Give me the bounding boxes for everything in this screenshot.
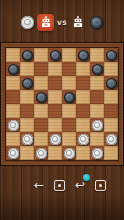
white-piece[interactable] xyxy=(106,134,117,145)
black-piece[interactable] xyxy=(106,78,117,89)
square-r7c6[interactable] xyxy=(90,146,104,160)
white-piece[interactable] xyxy=(22,134,33,145)
black-checker-icon xyxy=(90,16,103,29)
white-piece[interactable] xyxy=(8,120,19,131)
square-r3c3[interactable] xyxy=(48,90,62,104)
square-r7c5[interactable] xyxy=(76,146,90,160)
player-right-robot-button[interactable] xyxy=(70,14,87,31)
checkers-app-screen: VS ← ↩ xyxy=(0,0,124,220)
square-r7c7[interactable] xyxy=(104,146,118,160)
square-r5c5[interactable] xyxy=(76,118,90,132)
board-grid xyxy=(5,47,119,161)
square-r7c3[interactable] xyxy=(48,146,62,160)
square-r0c4[interactable] xyxy=(62,48,76,62)
square-r2c6[interactable] xyxy=(90,76,104,90)
back-icon: ← xyxy=(34,179,44,191)
square-r3c7[interactable] xyxy=(104,90,118,104)
square-r5c6[interactable] xyxy=(90,118,104,132)
square-r0c0[interactable] xyxy=(6,48,20,62)
black-piece[interactable] xyxy=(78,50,89,61)
black-piece[interactable] xyxy=(8,64,19,75)
bottom-toolbar: ← ↩ xyxy=(7,176,124,194)
square-r1c0[interactable] xyxy=(6,62,20,76)
square-r4c2[interactable] xyxy=(34,104,48,118)
square-r2c1[interactable] xyxy=(20,76,34,90)
black-piece[interactable] xyxy=(64,92,75,103)
square-r2c5[interactable] xyxy=(76,76,90,90)
robot-icon xyxy=(72,16,84,28)
white-piece[interactable] xyxy=(36,148,47,159)
checkers-board xyxy=(0,42,124,166)
square-r4c6[interactable] xyxy=(90,104,104,118)
white-piece[interactable] xyxy=(78,134,89,145)
square-r6c3[interactable] xyxy=(48,132,62,146)
white-checker-icon xyxy=(21,16,34,29)
black-piece[interactable] xyxy=(92,64,103,75)
square-r1c5[interactable] xyxy=(76,62,90,76)
square-r2c7[interactable] xyxy=(104,76,118,90)
square-r7c4[interactable] xyxy=(62,146,76,160)
square-r7c1[interactable] xyxy=(20,146,34,160)
square-r3c1[interactable] xyxy=(20,90,34,104)
square-r3c4[interactable] xyxy=(62,90,76,104)
hint-icon xyxy=(99,184,102,187)
square-r5c0[interactable] xyxy=(6,118,20,132)
square-r2c2[interactable] xyxy=(34,76,48,90)
square-r6c0[interactable] xyxy=(6,132,20,146)
black-piece[interactable] xyxy=(22,50,33,61)
square-r5c1[interactable] xyxy=(20,118,34,132)
square-r5c3[interactable] xyxy=(48,118,62,132)
square-r4c0[interactable] xyxy=(6,104,20,118)
undo-icon: ↩ xyxy=(75,179,85,191)
black-piece[interactable] xyxy=(36,92,47,103)
square-r0c7[interactable] xyxy=(104,48,118,62)
square-r6c4[interactable] xyxy=(62,132,76,146)
match-header: VS xyxy=(0,12,124,32)
square-r2c4[interactable] xyxy=(62,76,76,90)
square-r4c7[interactable] xyxy=(104,104,118,118)
square-r5c7[interactable] xyxy=(104,118,118,132)
square-r0c6[interactable] xyxy=(90,48,104,62)
vs-label: VS xyxy=(57,19,67,26)
square-r1c6[interactable] xyxy=(90,62,104,76)
square-r1c3[interactable] xyxy=(48,62,62,76)
robot-icon xyxy=(40,16,52,28)
square-r3c0[interactable] xyxy=(6,90,20,104)
square-r6c1[interactable] xyxy=(20,132,34,146)
black-piece[interactable] xyxy=(106,50,117,61)
square-r2c0[interactable] xyxy=(6,76,20,90)
white-piece[interactable] xyxy=(92,148,103,159)
square-r4c1[interactable] xyxy=(20,104,34,118)
square-r0c2[interactable] xyxy=(34,48,48,62)
square-r1c7[interactable] xyxy=(104,62,118,76)
restart-icon xyxy=(58,184,61,187)
white-piece[interactable] xyxy=(64,148,75,159)
undo-badge xyxy=(83,174,90,181)
square-r6c2[interactable] xyxy=(34,132,48,146)
square-r1c2[interactable] xyxy=(34,62,48,76)
square-r0c3[interactable] xyxy=(48,48,62,62)
white-piece[interactable] xyxy=(92,120,103,131)
hint-button[interactable] xyxy=(95,180,106,191)
square-r1c4[interactable] xyxy=(62,62,76,76)
square-r5c2[interactable] xyxy=(34,118,48,132)
square-r6c5[interactable] xyxy=(76,132,90,146)
black-piece[interactable] xyxy=(50,50,61,61)
square-r2c3[interactable] xyxy=(48,76,62,90)
white-piece[interactable] xyxy=(50,134,61,145)
square-r5c4[interactable] xyxy=(62,118,76,132)
square-r3c5[interactable] xyxy=(76,90,90,104)
square-r1c1[interactable] xyxy=(20,62,34,76)
square-r3c6[interactable] xyxy=(90,90,104,104)
square-r6c7[interactable] xyxy=(104,132,118,146)
square-r4c4[interactable] xyxy=(62,104,76,118)
player-left-robot-button[interactable] xyxy=(37,14,54,31)
white-piece[interactable] xyxy=(8,148,19,159)
square-r4c3[interactable] xyxy=(48,104,62,118)
square-r6c6[interactable] xyxy=(90,132,104,146)
black-piece[interactable] xyxy=(22,78,33,89)
back-button[interactable]: ← xyxy=(32,178,46,192)
square-r3c2[interactable] xyxy=(34,90,48,104)
square-r7c2[interactable] xyxy=(34,146,48,160)
restart-button[interactable] xyxy=(54,180,65,191)
square-r7c0[interactable] xyxy=(6,146,20,160)
square-r4c5[interactable] xyxy=(76,104,90,118)
undo-button[interactable]: ↩ xyxy=(73,178,87,192)
square-r0c1[interactable] xyxy=(20,48,34,62)
square-r0c5[interactable] xyxy=(76,48,90,62)
